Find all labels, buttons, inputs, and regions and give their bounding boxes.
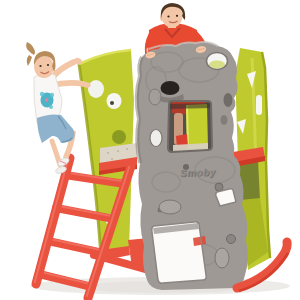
ladder-rung (48, 241, 103, 253)
floor-speckle (111, 158, 113, 160)
wall-bottom-cutout (152, 222, 206, 283)
floor-speckle (117, 150, 119, 152)
wall-dark-pocket (161, 81, 180, 95)
opening-top-shadow (169, 103, 211, 109)
girl-shorts (37, 114, 75, 143)
boy-eye (167, 15, 169, 17)
girl-shirt-print-center (45, 98, 49, 102)
climbing-hold (159, 200, 181, 214)
girl-ponytail (26, 42, 35, 55)
wall-small-cutout (216, 189, 236, 206)
wall-hole (150, 130, 162, 147)
girl-eye (47, 64, 49, 66)
girl-shirt-print-petal (40, 92, 44, 96)
wall-hole-lime-view (209, 61, 225, 69)
wall-stud (227, 235, 236, 244)
wall-center-opening (168, 101, 212, 152)
inner-panel-through-opening (186, 104, 208, 149)
smoby-logo-text: Smoby (180, 166, 216, 178)
panel-hole (107, 93, 122, 109)
floor-speckle (126, 148, 128, 150)
panel-hole-detail (110, 101, 114, 105)
ladder-rail-highlight (35, 158, 69, 283)
panel-hole (256, 95, 262, 115)
girl-eye (39, 65, 41, 67)
wall-recess (224, 93, 233, 107)
floor-speckle (107, 152, 109, 154)
girl-ponytail-tail (27, 55, 32, 66)
girl-shirt-print-petal (50, 93, 54, 97)
climbing-tower-product-photo: Smoby Smoby (0, 0, 300, 300)
climbing-hold (149, 89, 161, 105)
panel-hole (88, 80, 104, 98)
climbing-tower-wall: Smoby Smoby (137, 42, 248, 290)
boy-eye (176, 15, 178, 17)
wall-stud (215, 183, 223, 191)
smoby-logo: Smoby Smoby (180, 166, 217, 179)
girl-figure (26, 42, 91, 175)
photo-canvas: Smoby Smoby (0, 0, 300, 300)
panel-recess (112, 130, 126, 144)
girl-hand (83, 82, 90, 88)
ladder-rail-left (36, 158, 70, 284)
wall-recess (221, 115, 228, 125)
girl-shirt-print-petal (49, 105, 53, 109)
climbing-hold (215, 248, 229, 268)
